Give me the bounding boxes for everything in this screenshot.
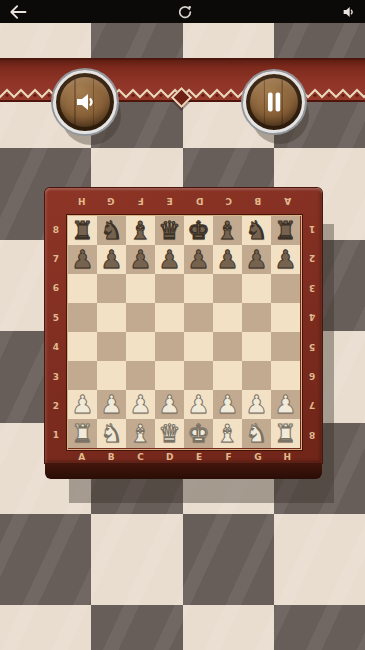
square-d4[interactable] (155, 332, 184, 361)
file-label: A (273, 188, 302, 215)
square-b8[interactable]: ♞ (97, 216, 126, 245)
reload-icon[interactable] (177, 4, 193, 20)
square-c2[interactable]: ♟ (126, 390, 155, 419)
square-f8[interactable]: ♝ (213, 216, 242, 245)
square-a8[interactable]: ♜ (68, 216, 97, 245)
square-a6[interactable] (68, 274, 97, 303)
square-a5[interactable] (68, 303, 97, 332)
square-e7[interactable]: ♟ (184, 245, 213, 274)
rank-label: 4 (302, 303, 322, 332)
square-e2[interactable]: ♟ (184, 390, 213, 419)
piece-black-knight[interactable]: ♞ (245, 216, 267, 245)
piece-black-queen[interactable]: ♛ (158, 216, 180, 245)
rank-labels-right: 12345678 (302, 215, 322, 450)
square-c5[interactable] (126, 303, 155, 332)
square-c6[interactable] (126, 274, 155, 303)
rank-label: 4 (45, 333, 67, 362)
square-b4[interactable] (97, 332, 126, 361)
piece-black-pawn[interactable]: ♟ (187, 245, 209, 274)
chess-board: HGFEDCBA 87654321 ♜♞♝♛♚♝♞♜♟♟♟♟♟♟♟♟♟♟♟♟♟♟… (45, 188, 322, 479)
square-b6[interactable] (97, 274, 126, 303)
square-h6[interactable] (271, 274, 300, 303)
square-e6[interactable] (184, 274, 213, 303)
square-c3[interactable] (126, 361, 155, 390)
square-f4[interactable] (213, 332, 242, 361)
square-f2[interactable]: ♟ (213, 390, 242, 419)
rank-label: 7 (45, 244, 67, 273)
square-e4[interactable] (184, 332, 213, 361)
square-g5[interactable] (242, 303, 271, 332)
square-c7[interactable]: ♟ (126, 245, 155, 274)
square-b3[interactable] (97, 361, 126, 390)
square-d6[interactable] (155, 274, 184, 303)
piece-black-king[interactable]: ♚ (187, 216, 209, 245)
piece-white-queen[interactable]: ♛ (158, 419, 180, 448)
piece-white-knight[interactable]: ♞ (100, 419, 122, 448)
square-c4[interactable] (126, 332, 155, 361)
square-a3[interactable] (68, 361, 97, 390)
speaker-icon (71, 88, 99, 116)
file-label: C (126, 450, 155, 463)
piece-black-pawn[interactable]: ♟ (274, 245, 296, 274)
piece-white-bishop[interactable]: ♝ (216, 419, 238, 448)
square-b5[interactable] (97, 303, 126, 332)
square-b7[interactable]: ♟ (97, 245, 126, 274)
square-e5[interactable] (184, 303, 213, 332)
square-f6[interactable] (213, 274, 242, 303)
piece-black-bishop[interactable]: ♝ (129, 216, 151, 245)
piece-black-pawn[interactable]: ♟ (129, 245, 151, 274)
square-h2[interactable]: ♟ (271, 390, 300, 419)
square-h1[interactable]: ♜ (271, 419, 300, 448)
file-label: E (155, 188, 184, 215)
square-f1[interactable]: ♝ (213, 419, 242, 448)
rank-label: 6 (45, 274, 67, 303)
rank-label: 2 (45, 391, 67, 420)
piece-black-knight[interactable]: ♞ (100, 216, 122, 245)
board-bottom-edge (45, 463, 322, 479)
file-label: G (243, 450, 272, 463)
square-f7[interactable]: ♟ (213, 245, 242, 274)
top-bar (0, 0, 365, 23)
rank-label: 6 (302, 362, 322, 391)
square-f5[interactable] (213, 303, 242, 332)
square-c8[interactable]: ♝ (126, 216, 155, 245)
square-h5[interactable] (271, 303, 300, 332)
file-label: C (214, 188, 243, 215)
piece-black-bishop[interactable]: ♝ (216, 216, 238, 245)
pause-icon (261, 89, 287, 115)
rank-label: 1 (302, 215, 322, 244)
square-d5[interactable] (155, 303, 184, 332)
square-g3[interactable] (242, 361, 271, 390)
piece-white-pawn[interactable]: ♟ (245, 390, 267, 419)
rank-label: 1 (45, 421, 67, 450)
piece-white-rook[interactable]: ♜ (274, 419, 296, 448)
board-frame: HGFEDCBA 87654321 ♜♞♝♛♚♝♞♜♟♟♟♟♟♟♟♟♟♟♟♟♟♟… (45, 188, 322, 463)
square-a4[interactable] (68, 332, 97, 361)
file-labels-top: HGFEDCBA (67, 188, 302, 215)
piece-white-pawn[interactable]: ♟ (216, 390, 238, 419)
piece-white-pawn[interactable]: ♟ (129, 390, 151, 419)
piece-white-pawn[interactable]: ♟ (187, 390, 209, 419)
square-h3[interactable] (271, 361, 300, 390)
pause-button[interactable] (243, 71, 305, 133)
rank-labels-left: 87654321 (45, 215, 67, 450)
file-label: B (96, 450, 125, 463)
sound-button[interactable] (53, 70, 117, 134)
file-label: A (67, 450, 96, 463)
rank-label: 7 (302, 391, 322, 420)
square-h7[interactable]: ♟ (271, 245, 300, 274)
square-e3[interactable] (184, 361, 213, 390)
piece-black-rook[interactable]: ♜ (274, 216, 296, 245)
square-g6[interactable] (242, 274, 271, 303)
square-d1[interactable]: ♛ (155, 419, 184, 448)
piece-white-pawn[interactable]: ♟ (71, 390, 93, 419)
square-g2[interactable]: ♟ (242, 390, 271, 419)
piece-white-pawn[interactable]: ♟ (100, 390, 122, 419)
square-d8[interactable]: ♛ (155, 216, 184, 245)
piece-black-pawn[interactable]: ♟ (216, 245, 238, 274)
file-label: H (67, 188, 96, 215)
piece-black-pawn[interactable]: ♟ (245, 245, 267, 274)
square-g7[interactable]: ♟ (242, 245, 271, 274)
square-d2[interactable]: ♟ (155, 390, 184, 419)
file-label: H (273, 450, 302, 463)
rank-label: 5 (45, 303, 67, 332)
file-label: B (243, 188, 272, 215)
square-c1[interactable]: ♝ (126, 419, 155, 448)
square-h4[interactable] (271, 332, 300, 361)
rank-label: 5 (302, 333, 322, 362)
piece-white-king[interactable]: ♚ (187, 419, 209, 448)
game-screen: HGFEDCBA 87654321 ♜♞♝♛♚♝♞♜♟♟♟♟♟♟♟♟♟♟♟♟♟♟… (0, 0, 365, 650)
piece-white-pawn[interactable]: ♟ (274, 390, 296, 419)
piece-white-bishop[interactable]: ♝ (129, 419, 151, 448)
file-label: D (155, 450, 184, 463)
square-d7[interactable]: ♟ (155, 245, 184, 274)
piece-black-rook[interactable]: ♜ (71, 216, 93, 245)
piece-white-rook[interactable]: ♜ (71, 419, 93, 448)
square-h8[interactable]: ♜ (271, 216, 300, 245)
piece-black-pawn[interactable]: ♟ (158, 245, 180, 274)
back-icon[interactable] (8, 3, 28, 21)
square-a7[interactable]: ♟ (68, 245, 97, 274)
piece-white-knight[interactable]: ♞ (245, 419, 267, 448)
board-squares: ♜♞♝♛♚♝♞♜♟♟♟♟♟♟♟♟♟♟♟♟♟♟♟♟♜♞♝♛♚♝♞♜ (67, 215, 302, 450)
square-f3[interactable] (213, 361, 242, 390)
rank-label: 2 (302, 244, 322, 273)
square-g8[interactable]: ♞ (242, 216, 271, 245)
square-d3[interactable] (155, 361, 184, 390)
piece-black-pawn[interactable]: ♟ (71, 245, 93, 274)
square-a1[interactable]: ♜ (68, 419, 97, 448)
square-b1[interactable]: ♞ (97, 419, 126, 448)
rank-label: 3 (302, 274, 322, 303)
rank-label: 8 (45, 215, 67, 244)
piece-white-pawn[interactable]: ♟ (158, 390, 180, 419)
file-label: F (126, 188, 155, 215)
square-g4[interactable] (242, 332, 271, 361)
file-label: F (214, 450, 243, 463)
square-e1[interactable]: ♚ (184, 419, 213, 448)
volume-icon[interactable] (341, 4, 357, 20)
file-labels-bottom: ABCDEFGH (67, 450, 302, 463)
square-b2[interactable]: ♟ (97, 390, 126, 419)
file-label: E (185, 450, 214, 463)
square-e8[interactable]: ♚ (184, 216, 213, 245)
file-label: D (185, 188, 214, 215)
square-g1[interactable]: ♞ (242, 419, 271, 448)
piece-black-pawn[interactable]: ♟ (100, 245, 122, 274)
file-label: G (96, 188, 125, 215)
rank-label: 3 (45, 362, 67, 391)
square-a2[interactable]: ♟ (68, 390, 97, 419)
rank-label: 8 (302, 421, 322, 450)
